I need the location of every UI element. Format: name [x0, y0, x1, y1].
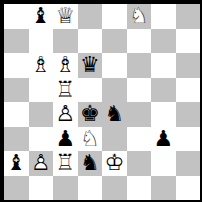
square-a2[interactable]: ♝ — [4, 151, 29, 176]
square-f3[interactable] — [127, 127, 152, 152]
square-c8[interactable]: ♛♕ — [53, 4, 78, 29]
square-d5[interactable] — [78, 78, 103, 103]
square-h6[interactable] — [176, 53, 201, 78]
square-g7[interactable] — [151, 29, 176, 54]
pawn-glyph-solid: ♟ — [53, 127, 78, 152]
piece-black-queen-d6: ♛ — [78, 53, 103, 78]
square-h5[interactable] — [176, 78, 201, 103]
piece-white-knight-f8: ♞♘ — [127, 4, 152, 29]
rook-glyph-outline: ♖ — [53, 78, 78, 103]
square-b1[interactable] — [29, 176, 54, 201]
square-c7[interactable] — [53, 29, 78, 54]
square-d7[interactable] — [78, 29, 103, 54]
square-c1[interactable] — [53, 176, 78, 201]
bishop-glyph-solid: ♝ — [4, 151, 29, 176]
knight-glyph-outline: ♘ — [127, 4, 152, 29]
piece-black-bishop-b8: ♝ — [29, 4, 54, 29]
bishop-glyph-outline: ♗ — [53, 53, 78, 78]
square-a7[interactable] — [4, 29, 29, 54]
square-a5[interactable] — [4, 78, 29, 103]
square-e6[interactable] — [102, 53, 127, 78]
square-c4[interactable]: ♟♙ — [53, 102, 78, 127]
pawn-glyph-outline: ♙ — [29, 151, 54, 176]
square-b8[interactable]: ♝ — [29, 4, 54, 29]
knight-glyph-outline: ♘ — [78, 127, 103, 152]
square-g8[interactable] — [151, 4, 176, 29]
square-f6[interactable] — [127, 53, 152, 78]
square-c3[interactable]: ♟ — [53, 127, 78, 152]
square-g2[interactable] — [151, 151, 176, 176]
piece-black-pawn-g3: ♟ — [151, 127, 176, 152]
pawn-glyph-solid: ♟ — [151, 127, 176, 152]
queen-glyph-outline: ♕ — [53, 4, 78, 29]
square-h8[interactable] — [176, 4, 201, 29]
square-f4[interactable] — [127, 102, 152, 127]
piece-white-king-e2: ♚♔ — [102, 151, 127, 176]
piece-white-bishop-c6: ♝♗ — [53, 53, 78, 78]
square-e2[interactable]: ♚♔ — [102, 151, 127, 176]
square-a1[interactable] — [4, 176, 29, 201]
square-b5[interactable] — [29, 78, 54, 103]
square-b2[interactable]: ♟♙ — [29, 151, 54, 176]
knight-glyph-solid: ♞ — [102, 102, 127, 127]
square-d8[interactable] — [78, 4, 103, 29]
square-c2[interactable]: ♜♖ — [53, 151, 78, 176]
square-b4[interactable] — [29, 102, 54, 127]
square-c6[interactable]: ♝♗ — [53, 53, 78, 78]
piece-white-knight-d3: ♞♘ — [78, 127, 103, 152]
piece-black-bishop-a2: ♝ — [4, 151, 29, 176]
square-f8[interactable]: ♞♘ — [127, 4, 152, 29]
square-g6[interactable] — [151, 53, 176, 78]
square-h3[interactable] — [176, 127, 201, 152]
rook-glyph-outline: ♖ — [53, 151, 78, 176]
square-d2[interactable]: ♞ — [78, 151, 103, 176]
square-g3[interactable]: ♟ — [151, 127, 176, 152]
piece-black-king-d4: ♚ — [78, 102, 103, 127]
square-h1[interactable] — [176, 176, 201, 201]
square-e8[interactable] — [102, 4, 127, 29]
pawn-glyph-outline: ♙ — [53, 102, 78, 127]
square-g1[interactable] — [151, 176, 176, 201]
square-f1[interactable] — [127, 176, 152, 201]
queen-glyph-solid: ♛ — [78, 53, 103, 78]
knight-glyph-solid: ♞ — [78, 151, 103, 176]
square-e1[interactable] — [102, 176, 127, 201]
square-b6[interactable]: ♝♗ — [29, 53, 54, 78]
king-glyph-outline: ♔ — [102, 151, 127, 176]
square-e7[interactable] — [102, 29, 127, 54]
square-e5[interactable] — [102, 78, 127, 103]
square-a4[interactable] — [4, 102, 29, 127]
square-a6[interactable] — [4, 53, 29, 78]
square-f5[interactable] — [127, 78, 152, 103]
piece-white-queen-c8: ♛♕ — [53, 4, 78, 29]
square-h4[interactable] — [176, 102, 201, 127]
piece-white-rook-c2: ♜♖ — [53, 151, 78, 176]
square-b7[interactable] — [29, 29, 54, 54]
piece-black-knight-d2: ♞ — [78, 151, 103, 176]
chess-board-frame: ♝♛♕♞♘♝♗♝♗♛♜♖♟♙♚♞♟♞♘♟♝♟♙♜♖♞♚♔ — [0, 0, 202, 202]
square-e4[interactable]: ♞ — [102, 102, 127, 127]
piece-black-pawn-c3: ♟ — [53, 127, 78, 152]
square-h2[interactable] — [176, 151, 201, 176]
square-g4[interactable] — [151, 102, 176, 127]
piece-white-rook-c5: ♜♖ — [53, 78, 78, 103]
square-e3[interactable] — [102, 127, 127, 152]
bishop-glyph-solid: ♝ — [29, 4, 54, 29]
square-a3[interactable] — [4, 127, 29, 152]
square-b3[interactable] — [29, 127, 54, 152]
square-a8[interactable] — [4, 4, 29, 29]
square-g5[interactable] — [151, 78, 176, 103]
square-h7[interactable] — [176, 29, 201, 54]
piece-white-pawn-b2: ♟♙ — [29, 151, 54, 176]
square-d4[interactable]: ♚ — [78, 102, 103, 127]
king-glyph-solid: ♚ — [78, 102, 103, 127]
square-d6[interactable]: ♛ — [78, 53, 103, 78]
square-f2[interactable] — [127, 151, 152, 176]
chess-board: ♝♛♕♞♘♝♗♝♗♛♜♖♟♙♚♞♟♞♘♟♝♟♙♜♖♞♚♔ — [4, 4, 200, 200]
square-d3[interactable]: ♞♘ — [78, 127, 103, 152]
square-f7[interactable] — [127, 29, 152, 54]
piece-black-knight-e4: ♞ — [102, 102, 127, 127]
square-d1[interactable] — [78, 176, 103, 201]
piece-white-pawn-c4: ♟♙ — [53, 102, 78, 127]
bishop-glyph-outline: ♗ — [29, 53, 54, 78]
piece-white-bishop-b6: ♝♗ — [29, 53, 54, 78]
square-c5[interactable]: ♜♖ — [53, 78, 78, 103]
